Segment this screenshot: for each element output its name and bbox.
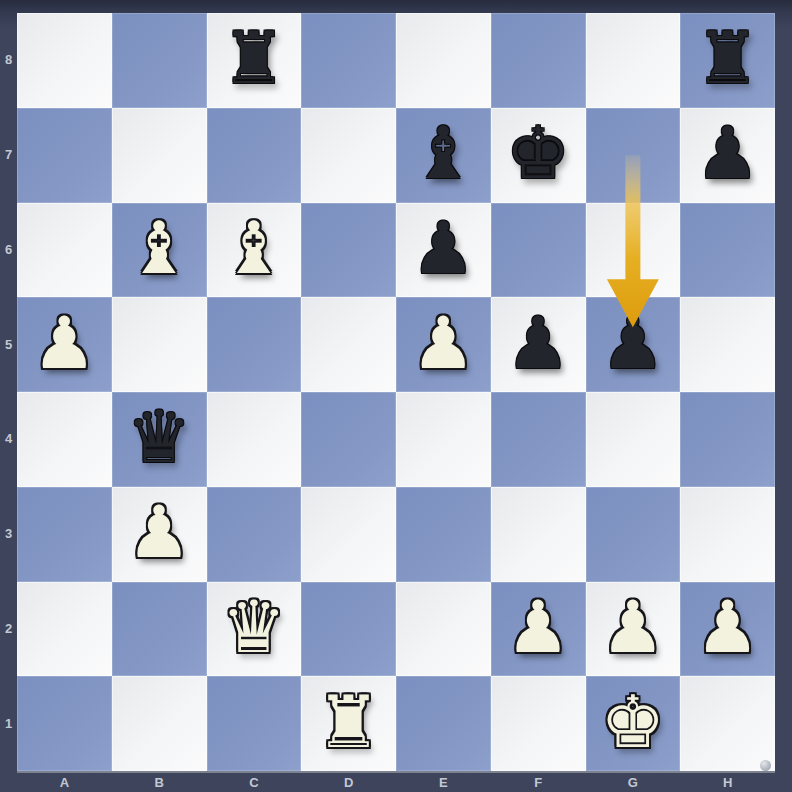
square-g3[interactable] <box>586 487 681 582</box>
square-e8[interactable] <box>396 13 491 108</box>
piece-white-pawn[interactable]: ♟ <box>506 591 571 663</box>
piece-black-bishop[interactable]: ♝ <box>411 117 476 189</box>
piece-black-pawn[interactable]: ♟ <box>601 307 666 379</box>
square-b7[interactable] <box>112 108 207 203</box>
square-d4[interactable] <box>301 392 396 487</box>
piece-white-pawn[interactable]: ♟ <box>32 307 97 379</box>
square-b5[interactable] <box>112 297 207 392</box>
piece-black-queen[interactable]: ♛ <box>127 401 192 473</box>
square-d7[interactable] <box>301 108 396 203</box>
square-b1[interactable] <box>112 676 207 771</box>
square-c4[interactable] <box>207 392 302 487</box>
square-h2[interactable]: ♟ <box>680 582 775 677</box>
square-a8[interactable] <box>17 13 112 108</box>
rank-label-7: 7 <box>0 147 17 162</box>
square-c1[interactable] <box>207 676 302 771</box>
square-c3[interactable] <box>207 487 302 582</box>
square-c8[interactable]: ♜ <box>207 13 302 108</box>
piece-white-pawn[interactable]: ♟ <box>695 591 760 663</box>
piece-black-pawn[interactable]: ♟ <box>411 212 476 284</box>
square-c5[interactable] <box>207 297 302 392</box>
piece-white-queen[interactable]: ♛ <box>222 591 287 663</box>
square-g6[interactable] <box>586 203 681 298</box>
piece-white-pawn[interactable]: ♟ <box>127 496 192 568</box>
file-label-H: H <box>680 775 775 792</box>
square-a5[interactable]: ♟ <box>17 297 112 392</box>
piece-white-pawn[interactable]: ♟ <box>601 591 666 663</box>
square-f6[interactable] <box>491 203 586 298</box>
square-g8[interactable] <box>586 13 681 108</box>
square-f8[interactable] <box>491 13 586 108</box>
rank-label-2: 2 <box>0 621 17 636</box>
rank-label-3: 3 <box>0 526 17 541</box>
corner-dot-icon <box>760 760 771 771</box>
square-d8[interactable] <box>301 13 396 108</box>
square-g7[interactable] <box>586 108 681 203</box>
square-c2[interactable]: ♛ <box>207 582 302 677</box>
rank-label-5: 5 <box>0 337 17 352</box>
square-f5[interactable]: ♟ <box>491 297 586 392</box>
square-e5[interactable]: ♟ <box>396 297 491 392</box>
square-g2[interactable]: ♟ <box>586 582 681 677</box>
rank-label-8: 8 <box>0 52 17 67</box>
square-h6[interactable] <box>680 203 775 298</box>
chess-diagram: ♜♜♝♚♟♝♝♟♟♟♟♟♛♟♛♟♟♟♜♚ 87654321ABCDEFGH <box>0 0 792 792</box>
square-b6[interactable]: ♝ <box>112 203 207 298</box>
square-f2[interactable]: ♟ <box>491 582 586 677</box>
square-e1[interactable] <box>396 676 491 771</box>
square-h4[interactable] <box>680 392 775 487</box>
square-f7[interactable]: ♚ <box>491 108 586 203</box>
square-b4[interactable]: ♛ <box>112 392 207 487</box>
piece-white-king[interactable]: ♚ <box>601 686 666 758</box>
rank-label-6: 6 <box>0 242 17 257</box>
square-c7[interactable] <box>207 108 302 203</box>
square-a4[interactable] <box>17 392 112 487</box>
piece-black-pawn[interactable]: ♟ <box>695 117 760 189</box>
square-h7[interactable]: ♟ <box>680 108 775 203</box>
square-e3[interactable] <box>396 487 491 582</box>
rank-label-4: 4 <box>0 431 17 446</box>
square-d3[interactable] <box>301 487 396 582</box>
piece-white-bishop[interactable]: ♝ <box>127 212 192 284</box>
square-h3[interactable] <box>680 487 775 582</box>
square-c6[interactable]: ♝ <box>207 203 302 298</box>
piece-black-rook[interactable]: ♜ <box>222 22 287 94</box>
piece-black-rook[interactable]: ♜ <box>695 22 760 94</box>
square-f1[interactable] <box>491 676 586 771</box>
square-g1[interactable]: ♚ <box>586 676 681 771</box>
file-label-C: C <box>207 775 302 792</box>
square-d6[interactable] <box>301 203 396 298</box>
file-label-E: E <box>396 775 491 792</box>
file-label-B: B <box>112 775 207 792</box>
square-g5[interactable]: ♟ <box>586 297 681 392</box>
square-a3[interactable] <box>17 487 112 582</box>
square-g4[interactable] <box>586 392 681 487</box>
piece-white-pawn[interactable]: ♟ <box>411 307 476 379</box>
square-a1[interactable] <box>17 676 112 771</box>
square-d2[interactable] <box>301 582 396 677</box>
square-b3[interactable]: ♟ <box>112 487 207 582</box>
file-label-D: D <box>301 775 396 792</box>
square-f4[interactable] <box>491 392 586 487</box>
square-h8[interactable]: ♜ <box>680 13 775 108</box>
file-label-G: G <box>586 775 681 792</box>
square-d1[interactable]: ♜ <box>301 676 396 771</box>
rank-label-1: 1 <box>0 716 17 731</box>
piece-white-bishop[interactable]: ♝ <box>222 212 287 284</box>
square-e7[interactable]: ♝ <box>396 108 491 203</box>
square-b2[interactable] <box>112 582 207 677</box>
piece-black-pawn[interactable]: ♟ <box>506 307 571 379</box>
file-label-F: F <box>491 775 586 792</box>
piece-white-rook[interactable]: ♜ <box>316 686 381 758</box>
square-a7[interactable] <box>17 108 112 203</box>
square-e2[interactable] <box>396 582 491 677</box>
square-a6[interactable] <box>17 203 112 298</box>
chess-board: ♜♜♝♚♟♝♝♟♟♟♟♟♛♟♛♟♟♟♜♚ <box>17 13 775 771</box>
square-e6[interactable]: ♟ <box>396 203 491 298</box>
file-label-A: A <box>17 775 112 792</box>
square-h1[interactable] <box>680 676 775 771</box>
square-a2[interactable] <box>17 582 112 677</box>
piece-black-king[interactable]: ♚ <box>506 117 571 189</box>
square-f3[interactable] <box>491 487 586 582</box>
square-d5[interactable] <box>301 297 396 392</box>
square-b8[interactable] <box>112 13 207 108</box>
square-h5[interactable] <box>680 297 775 392</box>
square-e4[interactable] <box>396 392 491 487</box>
